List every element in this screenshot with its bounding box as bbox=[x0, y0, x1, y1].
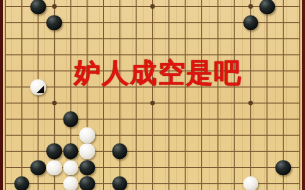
black-stone[interactable] bbox=[63, 111, 79, 127]
black-stone[interactable] bbox=[63, 144, 79, 160]
white-stone[interactable] bbox=[79, 144, 95, 160]
video-frame: 妒人成空是吧 bbox=[0, 0, 305, 190]
go-board[interactable] bbox=[0, 0, 305, 190]
caption-text: 妒人成空是吧 bbox=[74, 58, 264, 88]
black-stone[interactable] bbox=[30, 0, 46, 14]
black-stone[interactable] bbox=[112, 176, 128, 190]
black-stone[interactable] bbox=[276, 160, 292, 176]
white-stone[interactable] bbox=[47, 160, 63, 176]
black-stone[interactable] bbox=[14, 176, 30, 190]
video-edge-right bbox=[302, 0, 305, 190]
black-stone[interactable] bbox=[112, 144, 128, 160]
board-gridlines bbox=[0, 0, 305, 190]
black-stone[interactable] bbox=[259, 0, 275, 14]
white-stone[interactable] bbox=[30, 79, 46, 95]
black-stone[interactable] bbox=[30, 160, 46, 176]
white-stone[interactable] bbox=[79, 128, 95, 144]
last-move-triangle-marker bbox=[36, 85, 44, 93]
white-stone[interactable] bbox=[63, 176, 79, 190]
black-stone[interactable] bbox=[47, 144, 63, 160]
black-stone[interactable] bbox=[79, 176, 95, 190]
black-stone[interactable] bbox=[79, 160, 95, 176]
white-stone[interactable] bbox=[63, 160, 79, 176]
white-stone[interactable] bbox=[243, 176, 259, 190]
video-edge-left bbox=[0, 0, 3, 190]
black-stone[interactable] bbox=[243, 15, 259, 31]
black-stone[interactable] bbox=[47, 15, 63, 31]
